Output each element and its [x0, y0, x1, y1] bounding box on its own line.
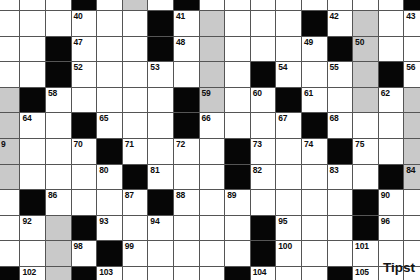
white-cell-r2c5[interactable]	[122, 36, 148, 62]
white-cell-r0c12[interactable]	[301, 0, 327, 10]
clue-number: 74	[304, 139, 313, 149]
gray-highlight-cell-r4c16[interactable]	[403, 87, 420, 113]
clue-number: 104	[253, 267, 267, 277]
black-cell-r7c9	[224, 164, 250, 190]
white-cell-r10c5[interactable]: 99	[122, 240, 148, 266]
clue-number: 43	[406, 11, 415, 21]
white-cell-r6c6[interactable]	[147, 138, 173, 164]
white-cell-r6c14[interactable]: 75	[352, 138, 378, 164]
white-cell-r11c6[interactable]	[147, 266, 173, 280]
clue-number: 81	[150, 165, 159, 175]
clue-number: 96	[381, 216, 390, 226]
white-cell-r5c1[interactable]: 64	[19, 112, 45, 138]
clue-number: 100	[278, 241, 292, 251]
white-cell-r4c2[interactable]: 58	[45, 87, 71, 113]
black-cell-r0c16	[403, 0, 420, 10]
black-cell-r1c12	[301, 10, 327, 36]
white-cell-r6c12[interactable]: 74	[301, 138, 327, 164]
black-cell-r11c0	[0, 266, 19, 280]
white-cell-r1c10[interactable]	[250, 10, 276, 36]
white-cell-r8c10[interactable]	[250, 189, 276, 215]
clue-number: 103	[99, 267, 113, 277]
white-cell-r5c14[interactable]	[352, 112, 378, 138]
white-cell-r8c0[interactable]	[0, 189, 19, 215]
black-cell-r2c13	[327, 36, 353, 62]
clue-number: 61	[304, 88, 313, 98]
white-cell-r1c4[interactable]	[96, 10, 122, 36]
clue-number: 9	[1, 139, 6, 149]
gray-highlight-cell-r7c16[interactable]: 84	[403, 164, 420, 190]
white-cell-r2c3[interactable]: 47	[71, 36, 97, 62]
white-cell-r7c14[interactable]	[352, 164, 378, 190]
white-cell-r10c7[interactable]	[173, 240, 199, 266]
black-cell-r8c14	[352, 189, 378, 215]
clue-number: 99	[125, 241, 134, 251]
white-cell-r3c0[interactable]	[0, 61, 19, 87]
white-cell-r10c12[interactable]	[301, 240, 327, 266]
clue-number: 71	[125, 139, 134, 149]
clue-number: 49	[304, 37, 313, 47]
clue-number: 48	[176, 37, 185, 47]
black-cell-r10c10	[250, 240, 276, 266]
clue-number: 41	[176, 11, 185, 21]
white-cell-r4c10[interactable]: 60	[250, 87, 276, 113]
clue-number: 98	[74, 241, 83, 251]
white-cell-r3c4[interactable]	[96, 61, 122, 87]
black-cell-r8c6	[147, 189, 173, 215]
black-cell-r11c9	[224, 266, 250, 280]
white-cell-r10c0[interactable]	[0, 240, 19, 266]
clue-number: 66	[202, 113, 211, 123]
black-cell-r7c5	[122, 164, 148, 190]
white-cell-r7c4[interactable]: 80	[96, 164, 122, 190]
white-cell-r7c1[interactable]	[19, 164, 45, 190]
clue-number: 95	[278, 216, 287, 226]
clue-number: 88	[176, 190, 185, 200]
white-cell-r10c11[interactable]: 100	[275, 240, 301, 266]
clue-number: 70	[74, 139, 83, 149]
black-cell-r1c6	[147, 10, 173, 36]
clue-number: 92	[22, 216, 31, 226]
clue-number: 83	[330, 165, 339, 175]
white-cell-r1c9[interactable]	[224, 10, 250, 36]
white-cell-r5c11[interactable]: 67	[275, 112, 301, 138]
gray-highlight-cell-r1c8[interactable]	[199, 10, 225, 36]
white-cell-r9c9[interactable]	[224, 215, 250, 241]
white-cell-r2c7[interactable]: 48	[173, 36, 199, 62]
black-cell-r9c10	[250, 215, 276, 241]
white-cell-r2c4[interactable]	[96, 36, 122, 62]
white-cell-r11c1[interactable]: 102	[19, 266, 45, 280]
white-cell-r1c11[interactable]	[275, 10, 301, 36]
clue-number: 62	[381, 88, 390, 98]
white-cell-r4c5[interactable]	[122, 87, 148, 113]
clue-number: 54	[278, 62, 287, 72]
clue-number: 55	[330, 62, 339, 72]
crossword-grid: 4041424347484950525354555658596061626465…	[0, 0, 420, 280]
white-cell-r4c15[interactable]: 62	[378, 87, 404, 113]
gray-highlight-cell-r10c2[interactable]	[45, 240, 71, 266]
white-cell-r1c0[interactable]	[0, 10, 19, 36]
white-cell-r0c0[interactable]	[0, 0, 19, 10]
white-cell-r4c13[interactable]	[327, 87, 353, 113]
clue-number: 68	[330, 113, 339, 123]
gray-highlight-cell-r5c16[interactable]	[403, 112, 420, 138]
white-cell-r7c7[interactable]	[173, 164, 199, 190]
white-cell-r11c5[interactable]	[122, 266, 148, 280]
white-cell-r10c14[interactable]: 101	[352, 240, 378, 266]
gray-highlight-cell-r2c8[interactable]	[199, 36, 225, 62]
white-cell-r9c12[interactable]	[301, 215, 327, 241]
white-cell-r11c12[interactable]	[301, 266, 327, 280]
white-cell-r7c13[interactable]: 83	[327, 164, 353, 190]
white-cell-r0c4[interactable]	[96, 0, 122, 10]
white-cell-r2c1[interactable]	[19, 36, 45, 62]
white-cell-r6c11[interactable]	[275, 138, 301, 164]
gray-highlight-cell-r6c16[interactable]	[403, 138, 420, 164]
white-cell-r6c5[interactable]: 71	[122, 138, 148, 164]
white-cell-r0c9[interactable]	[224, 0, 250, 10]
gray-highlight-cell-r11c2[interactable]	[45, 266, 71, 280]
white-cell-r1c16[interactable]: 43	[403, 10, 420, 36]
black-cell-r5c7	[173, 112, 199, 138]
black-cell-r4c11	[275, 87, 301, 113]
white-cell-r10c6[interactable]	[147, 240, 173, 266]
black-cell-r6c4	[96, 138, 122, 164]
white-cell-r2c15[interactable]	[378, 36, 404, 62]
white-cell-r8c15[interactable]: 90	[378, 189, 404, 215]
white-cell-r11c10[interactable]: 104	[250, 266, 276, 280]
black-cell-r11c3	[71, 266, 97, 280]
white-cell-r7c3[interactable]	[71, 164, 97, 190]
white-cell-r3c12[interactable]	[301, 61, 327, 87]
clue-number: 47	[74, 37, 83, 47]
white-cell-r5c15[interactable]	[378, 112, 404, 138]
white-cell-r9c4[interactable]: 93	[96, 215, 122, 241]
clue-number: 72	[176, 139, 185, 149]
white-cell-r7c6[interactable]: 81	[147, 164, 173, 190]
white-cell-r7c12[interactable]	[301, 164, 327, 190]
white-cell-r3c3[interactable]: 52	[71, 61, 97, 87]
white-cell-r0c2[interactable]	[45, 0, 71, 10]
clue-number: 73	[253, 139, 262, 149]
clue-number: 64	[22, 113, 31, 123]
black-cell-r6c9	[224, 138, 250, 164]
black-cell-r5c12	[301, 112, 327, 138]
white-cell-r0c11[interactable]	[275, 0, 301, 10]
white-cell-r2c16[interactable]	[403, 36, 420, 62]
white-cell-r6c3[interactable]: 70	[71, 138, 97, 164]
clue-number: 60	[253, 88, 262, 98]
white-cell-r7c10[interactable]: 82	[250, 164, 276, 190]
white-cell-r9c7[interactable]	[173, 215, 199, 241]
clue-number: 87	[125, 190, 134, 200]
white-cell-r1c2[interactable]	[45, 10, 71, 36]
clue-number: 59	[202, 88, 211, 98]
white-cell-r6c1[interactable]	[19, 138, 45, 164]
white-cell-r3c6[interactable]: 53	[147, 61, 173, 87]
white-cell-r2c0[interactable]	[0, 36, 19, 62]
white-cell-r11c4[interactable]: 103	[96, 266, 122, 280]
white-cell-r3c9[interactable]	[224, 61, 250, 87]
white-cell-r3c7[interactable]	[173, 61, 199, 87]
white-cell-r8c16[interactable]	[403, 189, 420, 215]
clue-number: 84	[406, 165, 415, 175]
clue-number: 90	[381, 190, 390, 200]
white-cell-r9c11[interactable]: 95	[275, 215, 301, 241]
black-cell-r4c1	[19, 87, 45, 113]
white-cell-r7c8[interactable]	[199, 164, 225, 190]
white-cell-r9c8[interactable]	[199, 215, 225, 241]
white-cell-r1c5[interactable]	[122, 10, 148, 36]
white-cell-r2c12[interactable]: 49	[301, 36, 327, 62]
clue-number: 94	[150, 216, 159, 226]
white-cell-r0c8[interactable]	[199, 0, 225, 10]
white-cell-r10c1[interactable]	[19, 240, 45, 266]
white-cell-r5c13[interactable]: 68	[327, 112, 353, 138]
clue-number: 67	[278, 113, 287, 123]
white-cell-r6c8[interactable]	[199, 138, 225, 164]
black-cell-r10c4	[96, 240, 122, 266]
white-cell-r4c12[interactable]: 61	[301, 87, 327, 113]
white-cell-r3c11[interactable]: 54	[275, 61, 301, 87]
white-cell-r11c11[interactable]	[275, 266, 301, 280]
gray-highlight-cell-r3c8[interactable]	[199, 61, 225, 87]
gray-highlight-cell-r2c14[interactable]: 50	[352, 36, 378, 62]
white-cell-r0c1[interactable]	[19, 0, 45, 10]
white-cell-r9c6[interactable]: 94	[147, 215, 173, 241]
black-cell-r3c2	[45, 61, 71, 87]
white-cell-r9c16[interactable]	[403, 215, 420, 241]
black-cell-r3c10	[250, 61, 276, 87]
white-cell-r8c5[interactable]: 87	[122, 189, 148, 215]
white-cell-r5c10[interactable]	[250, 112, 276, 138]
white-cell-r5c2[interactable]	[45, 112, 71, 138]
clue-number: 58	[48, 88, 57, 98]
white-cell-r4c4[interactable]	[96, 87, 122, 113]
white-cell-r6c15[interactable]	[378, 138, 404, 164]
white-cell-r1c15[interactable]	[378, 10, 404, 36]
watermark-text: Tipst	[383, 260, 415, 275]
clue-number: 40	[74, 11, 83, 21]
white-cell-r1c13[interactable]: 42	[327, 10, 353, 36]
white-cell-r3c1[interactable]	[19, 61, 45, 87]
white-cell-r0c13[interactable]	[327, 0, 353, 10]
white-cell-r0c15[interactable]	[378, 0, 404, 10]
white-cell-r8c2[interactable]: 86	[45, 189, 71, 215]
white-cell-r8c11[interactable]	[275, 189, 301, 215]
black-cell-r0c3	[71, 0, 97, 10]
white-cell-r9c13[interactable]	[327, 215, 353, 241]
black-cell-r11c13	[327, 266, 353, 280]
black-cell-r9c3	[71, 215, 97, 241]
gray-highlight-cell-r7c0[interactable]	[0, 164, 19, 190]
white-cell-r10c8[interactable]	[199, 240, 225, 266]
white-cell-r6c7[interactable]: 72	[173, 138, 199, 164]
white-cell-r0c14[interactable]	[352, 0, 378, 10]
clue-number: 101	[355, 241, 369, 251]
white-cell-r4c6[interactable]	[147, 87, 173, 113]
white-cell-r5c8[interactable]: 66	[199, 112, 225, 138]
gray-highlight-cell-r4c8[interactable]: 59	[199, 87, 225, 113]
clue-number: 52	[74, 62, 83, 72]
clue-number: 80	[99, 165, 108, 175]
white-cell-r4c9[interactable]	[224, 87, 250, 113]
clue-number: 89	[227, 190, 236, 200]
black-cell-r2c6	[147, 36, 173, 62]
white-cell-r5c4[interactable]: 65	[96, 112, 122, 138]
gray-highlight-cell-r5c0[interactable]	[0, 112, 19, 138]
black-cell-r4c7	[173, 87, 199, 113]
white-cell-r10c13[interactable]	[327, 240, 353, 266]
gray-highlight-cell-r6c0[interactable]: 9	[0, 138, 19, 164]
white-cell-r3c13[interactable]: 55	[327, 61, 353, 87]
clue-number: 105	[355, 267, 369, 277]
white-cell-r8c3[interactable]	[71, 189, 97, 215]
white-cell-r5c5[interactable]	[122, 112, 148, 138]
gray-highlight-cell-r4c14[interactable]	[352, 87, 378, 113]
white-cell-r9c5[interactable]	[122, 215, 148, 241]
black-cell-r8c1	[19, 189, 45, 215]
white-cell-r11c14[interactable]: 105	[352, 266, 378, 280]
clue-number: 65	[99, 113, 108, 123]
white-cell-r8c12[interactable]	[301, 189, 327, 215]
black-cell-r9c14	[352, 215, 378, 241]
clue-number: 56	[406, 62, 415, 72]
white-cell-r8c8[interactable]	[199, 189, 225, 215]
white-cell-r9c1[interactable]: 92	[19, 215, 45, 241]
white-cell-r9c0[interactable]	[0, 215, 19, 241]
black-cell-r0c7	[173, 0, 199, 10]
white-cell-r1c1[interactable]	[19, 10, 45, 36]
white-cell-r8c9[interactable]: 89	[224, 189, 250, 215]
clue-number: 42	[330, 11, 339, 21]
clue-number: 53	[150, 62, 159, 72]
white-cell-r1c7[interactable]: 41	[173, 10, 199, 36]
clue-number: 82	[253, 165, 262, 175]
clue-number: 86	[48, 190, 57, 200]
black-cell-r2c2	[45, 36, 71, 62]
white-cell-r8c4[interactable]	[96, 189, 122, 215]
white-cell-r2c9[interactable]	[224, 36, 250, 62]
white-cell-r8c13[interactable]	[327, 189, 353, 215]
clue-number: 75	[355, 139, 364, 149]
white-cell-r10c9[interactable]	[224, 240, 250, 266]
white-cell-r2c11[interactable]	[275, 36, 301, 62]
white-cell-r2c10[interactable]	[250, 36, 276, 62]
white-cell-r11c8[interactable]	[199, 266, 225, 280]
white-cell-r6c2[interactable]	[45, 138, 71, 164]
white-cell-r9c15[interactable]: 96	[378, 215, 404, 241]
black-cell-r6c13	[327, 138, 353, 164]
white-cell-r10c3[interactable]: 98	[71, 240, 97, 266]
white-cell-r7c2[interactable]	[45, 164, 71, 190]
crossword-cells: 4041424347484950525354555658596061626465…	[0, 0, 420, 280]
white-cell-r0c10[interactable]	[250, 0, 276, 10]
clue-number: 102	[22, 267, 36, 277]
gray-highlight-cell-r0c5[interactable]	[122, 0, 148, 10]
black-cell-r7c15	[378, 164, 404, 190]
gray-highlight-cell-r4c0[interactable]	[0, 87, 19, 113]
white-cell-r3c16[interactable]: 56	[403, 61, 420, 87]
white-cell-r3c5[interactable]	[122, 61, 148, 87]
white-cell-r5c6[interactable]	[147, 112, 173, 138]
white-cell-r6c10[interactable]: 73	[250, 138, 276, 164]
white-cell-r8c7[interactable]: 88	[173, 189, 199, 215]
black-cell-r5c3	[71, 112, 97, 138]
white-cell-r7c11[interactable]	[275, 164, 301, 190]
white-cell-r11c7[interactable]	[173, 266, 199, 280]
clue-number: 93	[99, 216, 108, 226]
gray-highlight-cell-r9c2[interactable]	[45, 215, 71, 241]
gray-highlight-cell-r1c14[interactable]	[352, 10, 378, 36]
white-cell-r1c3[interactable]: 40	[71, 10, 97, 36]
black-cell-r3c15	[378, 61, 404, 87]
white-cell-r0c6[interactable]	[147, 0, 173, 10]
gray-highlight-cell-r3c14[interactable]	[352, 61, 378, 87]
white-cell-r5c9[interactable]	[224, 112, 250, 138]
white-cell-r4c3[interactable]	[71, 87, 97, 113]
clue-number: 50	[355, 37, 364, 47]
